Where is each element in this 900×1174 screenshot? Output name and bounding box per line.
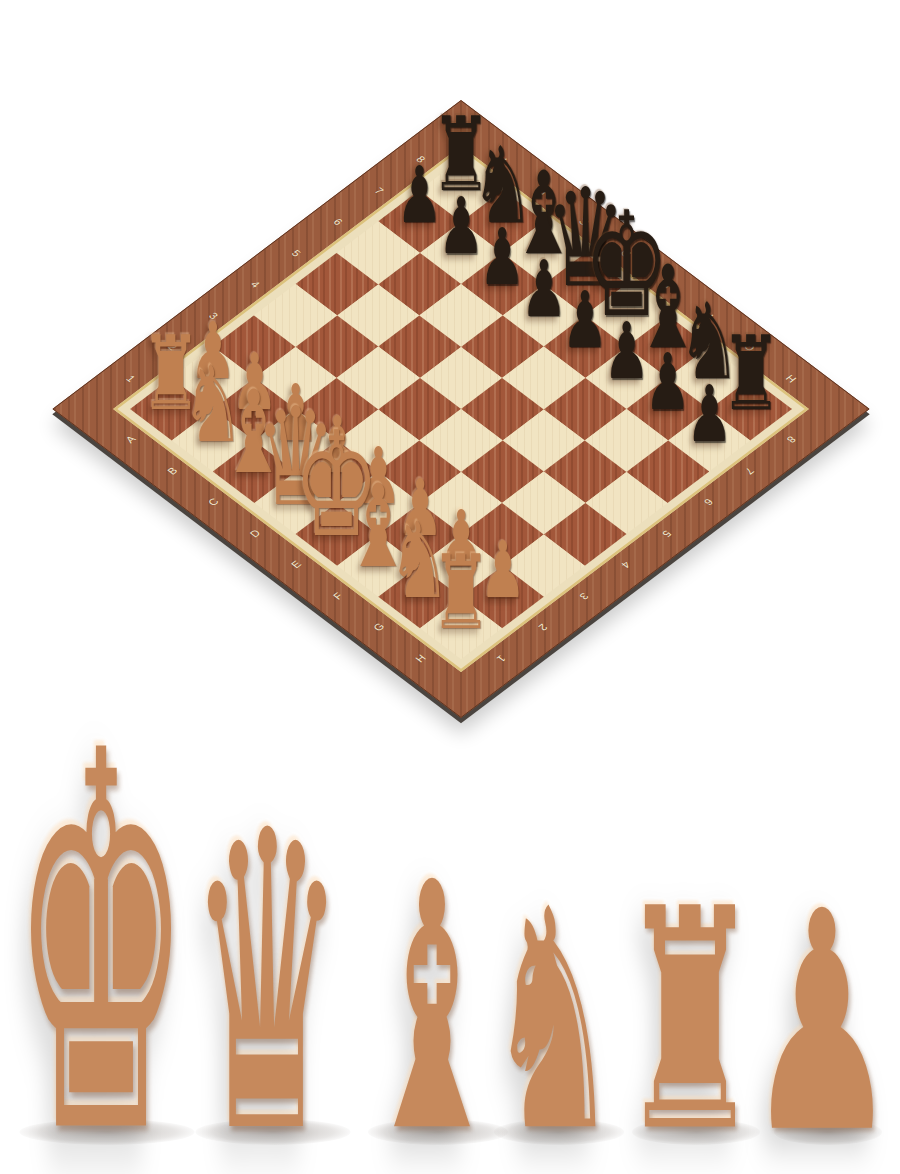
rank-label-right-2: 2 [536, 622, 549, 632]
file-label-bottom-A: A [124, 434, 138, 445]
file-label-top-G: G [742, 341, 757, 352]
rank-label-left-7: 7 [373, 186, 386, 196]
board-grid: ♜♞♝♛♚♝♞♜♟♟♟♟♟♟♟♟♟♟♟♟♟♟♟♟♜♞♝♛♚♝♞♜ [130, 159, 792, 659]
file-label-top-A: A [494, 154, 508, 165]
rank-label-right-8: 8 [784, 435, 797, 445]
file-label-top-H: H [784, 373, 799, 384]
rank-label-left-4: 4 [248, 280, 261, 290]
file-label-top-E: E [660, 279, 674, 290]
rank-label-left-8: 8 [414, 154, 427, 164]
file-label-top-F: F [701, 311, 715, 321]
rank-label-right-5: 5 [660, 528, 673, 538]
file-label-top-B: B [536, 185, 550, 196]
file-label-bottom-C: C [206, 497, 221, 508]
file-label-top-D: D [618, 248, 633, 259]
rank-label-left-2: 2 [166, 342, 179, 352]
file-label-bottom-H: H [413, 653, 428, 664]
rank-label-left-3: 3 [207, 311, 220, 321]
file-label-bottom-G: G [372, 622, 387, 633]
rank-label-right-6: 6 [702, 497, 715, 507]
file-label-top-C: C [577, 217, 592, 228]
rank-label-left-6: 6 [331, 217, 344, 227]
lineup-knight: ♞ [487, 870, 620, 1173]
rank-label-right-3: 3 [578, 591, 591, 601]
file-label-bottom-E: E [289, 559, 303, 570]
file-label-bottom-F: F [331, 591, 345, 601]
rank-label-right-4: 4 [619, 560, 632, 570]
lineup-king: ♚ [11, 686, 190, 1174]
lineup-bishop: ♝ [359, 839, 504, 1174]
rank-label-left-5: 5 [290, 248, 303, 258]
lineup-rook: ♜ [618, 870, 761, 1174]
lineup-queen: ♛ [189, 778, 346, 1174]
file-label-bottom-D: D [248, 528, 263, 539]
file-label-bottom-B: B [165, 466, 179, 477]
rank-label-right-1: 1 [495, 654, 508, 664]
rank-label-right-7: 7 [743, 466, 756, 476]
lineup-pawn: ♟ [746, 871, 898, 1174]
chess-board: ♜♞♝♛♚♝♞♜♟♟♟♟♟♟♟♟♟♟♟♟♟♟♟♟♜♞♝♛♚♝♞♜ 88AA77B… [52, 100, 869, 718]
rank-label-left-1: 1 [124, 373, 137, 383]
product-photo: ♜♞♝♛♚♝♞♜♟♟♟♟♟♟♟♟♟♟♟♟♟♟♟♟♜♞♝♛♚♝♞♜ 88AA77B… [0, 0, 900, 1174]
